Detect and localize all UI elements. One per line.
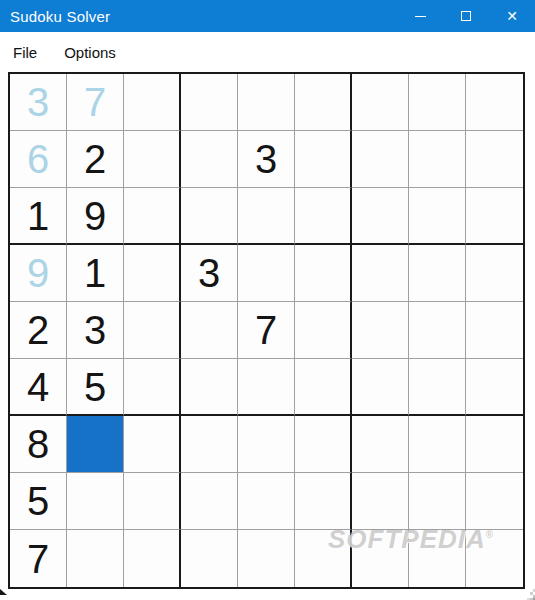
cell-r9c8[interactable] [409,530,466,587]
cell-r5c1[interactable]: 2 [10,302,67,359]
cell-r6c5[interactable] [238,359,295,416]
cell-r7c3[interactable] [124,416,181,473]
cell-r3c8[interactable] [409,188,466,245]
cell-r2c4[interactable] [181,131,238,188]
caption-buttons: ✕ [397,0,535,32]
cell-r1c3[interactable] [124,74,181,131]
maximize-button[interactable] [443,0,489,32]
cell-r4c6[interactable] [295,245,352,302]
cell-r4c3[interactable] [124,245,181,302]
cell-r3c2[interactable]: 9 [67,188,124,245]
sudoku-board: 376231991323745857 [8,72,525,589]
cell-r3c7[interactable] [352,188,409,245]
cell-r2c9[interactable] [466,131,523,188]
cell-r8c8[interactable] [409,473,466,530]
minimize-button[interactable] [397,0,443,32]
close-icon: ✕ [506,9,518,23]
cell-r7c9[interactable] [466,416,523,473]
cell-r6c3[interactable] [124,359,181,416]
cell-r5c5[interactable]: 7 [238,302,295,359]
cell-r7c6[interactable] [295,416,352,473]
cell-r1c5[interactable] [238,74,295,131]
cell-r9c5[interactable] [238,530,295,587]
cell-r3c1[interactable]: 1 [10,188,67,245]
cell-r6c7[interactable] [352,359,409,416]
cell-r4c2[interactable]: 1 [67,245,124,302]
cell-r8c7[interactable] [352,473,409,530]
cell-r5c4[interactable] [181,302,238,359]
cell-r9c6[interactable] [295,530,352,587]
cell-r2c5[interactable]: 3 [238,131,295,188]
app-window: Sudoku Solver ✕ File Options 37623199132… [0,0,535,600]
cell-r7c4[interactable] [181,416,238,473]
menu-item-file[interactable]: File [13,44,37,61]
title-bar: Sudoku Solver ✕ [0,0,535,32]
cell-r3c5[interactable] [238,188,295,245]
cell-r2c2[interactable]: 2 [67,131,124,188]
cell-r3c6[interactable] [295,188,352,245]
cell-r4c5[interactable] [238,245,295,302]
cell-r2c6[interactable] [295,131,352,188]
close-button[interactable]: ✕ [489,0,535,32]
menu-item-options[interactable]: Options [64,44,116,61]
cell-r8c3[interactable] [124,473,181,530]
minimize-icon [415,16,426,17]
cell-r5c8[interactable] [409,302,466,359]
cell-r4c4[interactable]: 3 [181,245,238,302]
cell-r2c1[interactable]: 6 [10,131,67,188]
window-title: Sudoku Solver [0,8,110,25]
cell-r5c3[interactable] [124,302,181,359]
cell-r8c6[interactable] [295,473,352,530]
cell-r1c2[interactable]: 7 [67,74,124,131]
cell-r9c2[interactable] [67,530,124,587]
cell-r1c7[interactable] [352,74,409,131]
cell-r5c6[interactable] [295,302,352,359]
cell-r6c2[interactable]: 5 [67,359,124,416]
cell-r2c3[interactable] [124,131,181,188]
cell-r9c7[interactable] [352,530,409,587]
cell-r9c1[interactable]: 7 [10,530,67,587]
cell-r8c9[interactable] [466,473,523,530]
cell-r3c9[interactable] [466,188,523,245]
cell-r1c6[interactable] [295,74,352,131]
cell-r8c2[interactable] [67,473,124,530]
cell-r6c1[interactable]: 4 [10,359,67,416]
cell-r9c9[interactable] [466,530,523,587]
cell-r7c1[interactable]: 8 [10,416,67,473]
cell-r4c7[interactable] [352,245,409,302]
cell-r3c4[interactable] [181,188,238,245]
cell-r7c7[interactable] [352,416,409,473]
cell-r2c8[interactable] [409,131,466,188]
cell-r1c8[interactable] [409,74,466,131]
cell-r6c4[interactable] [181,359,238,416]
cell-r3c3[interactable] [124,188,181,245]
cell-r1c1[interactable]: 3 [10,74,67,131]
cell-r8c4[interactable] [181,473,238,530]
cell-r4c8[interactable] [409,245,466,302]
cell-r6c8[interactable] [409,359,466,416]
cell-r7c5[interactable] [238,416,295,473]
cell-r6c6[interactable] [295,359,352,416]
cell-r5c7[interactable] [352,302,409,359]
cell-r4c9[interactable] [466,245,523,302]
cell-r7c2[interactable] [67,416,124,473]
menu-bar: File Options [0,32,535,72]
cell-r1c9[interactable] [466,74,523,131]
corner-artifact [0,589,7,595]
cell-r5c9[interactable] [466,302,523,359]
cell-r9c3[interactable] [124,530,181,587]
cell-r2c7[interactable] [352,131,409,188]
cell-r5c2[interactable]: 3 [67,302,124,359]
cell-r9c4[interactable] [181,530,238,587]
maximize-icon [461,11,471,21]
cell-r1c4[interactable] [181,74,238,131]
cell-r4c1[interactable]: 9 [10,245,67,302]
cell-r8c5[interactable] [238,473,295,530]
cell-r8c1[interactable]: 5 [10,473,67,530]
cell-r6c9[interactable] [466,359,523,416]
cell-r7c8[interactable] [409,416,466,473]
